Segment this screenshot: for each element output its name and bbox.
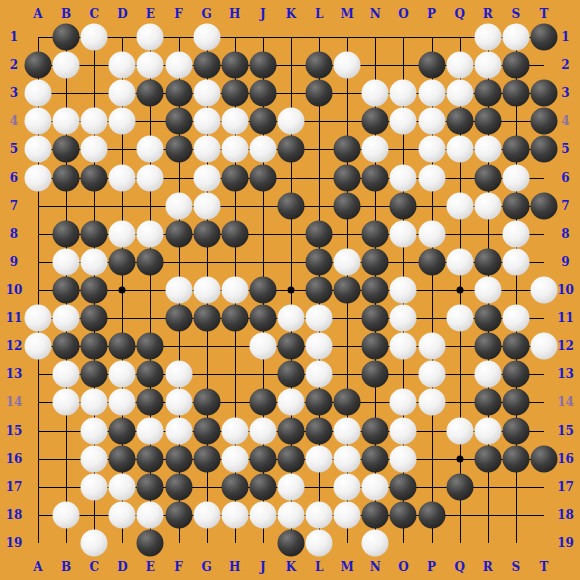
stone-black-T4 xyxy=(530,108,557,135)
stone-white-F2 xyxy=(165,52,192,79)
col-label-bottom: C xyxy=(89,560,99,574)
stone-white-D6 xyxy=(109,164,136,191)
stone-black-C13 xyxy=(81,361,108,388)
stone-white-P5 xyxy=(418,136,445,163)
stone-white-P4 xyxy=(418,108,445,135)
stone-white-R7 xyxy=(474,192,501,219)
stone-white-O12 xyxy=(390,333,417,360)
stone-black-J2 xyxy=(249,52,276,79)
hoshi-dot xyxy=(456,286,463,293)
stone-white-A3 xyxy=(25,80,52,107)
go-board: AABBCCDDEEFFGGHHJJKKLLMMNNOOPPQQRRSSTT11… xyxy=(0,0,580,580)
row-label-left: 9 xyxy=(10,255,18,269)
stone-white-F13 xyxy=(165,361,192,388)
row-label-left: 15 xyxy=(6,424,23,438)
stone-white-N17 xyxy=(362,473,389,500)
stone-white-O4 xyxy=(390,108,417,135)
stone-white-P6 xyxy=(418,164,445,191)
col-label-bottom: O xyxy=(398,560,408,574)
stone-white-N5 xyxy=(362,136,389,163)
stone-black-S16 xyxy=(502,445,529,472)
col-label-bottom: Q xyxy=(454,560,464,574)
stone-white-C15 xyxy=(81,417,108,444)
hoshi-dot xyxy=(119,286,126,293)
col-label-top: K xyxy=(286,7,296,21)
stone-white-Q5 xyxy=(446,136,473,163)
row-label-left: 7 xyxy=(10,199,18,213)
row-label-left: 5 xyxy=(10,142,18,156)
stone-white-B14 xyxy=(53,389,80,416)
stone-black-S13 xyxy=(502,361,529,388)
row-label-right: 6 xyxy=(561,171,569,185)
row-label-right: 5 xyxy=(561,142,569,156)
stone-white-A4 xyxy=(25,108,52,135)
stone-black-S7 xyxy=(502,192,529,219)
row-label-right: 10 xyxy=(557,283,574,297)
stone-black-F3 xyxy=(165,80,192,107)
stone-black-C6 xyxy=(81,164,108,191)
stone-white-J5 xyxy=(249,136,276,163)
stone-white-T12 xyxy=(530,333,557,360)
stone-black-T7 xyxy=(530,192,557,219)
stone-white-E6 xyxy=(137,164,164,191)
stone-black-E13 xyxy=(137,361,164,388)
stone-black-C8 xyxy=(81,220,108,247)
stone-black-B8 xyxy=(53,220,80,247)
row-label-right: 11 xyxy=(557,311,574,325)
col-label-bottom: N xyxy=(370,560,381,574)
stone-white-C19 xyxy=(81,529,108,556)
stone-white-C9 xyxy=(81,248,108,275)
col-label-bottom: L xyxy=(315,560,323,574)
col-label-top: M xyxy=(341,7,354,21)
row-label-left: 10 xyxy=(6,283,23,297)
stone-white-R1 xyxy=(474,24,501,51)
col-label-top: B xyxy=(61,7,71,21)
stone-black-C11 xyxy=(81,305,108,332)
stone-black-F17 xyxy=(165,473,192,500)
stone-white-L12 xyxy=(306,333,333,360)
row-label-left: 6 xyxy=(10,171,18,185)
stone-black-D16 xyxy=(109,445,136,472)
stone-black-S2 xyxy=(502,52,529,79)
col-label-top: C xyxy=(89,7,99,21)
row-label-right: 17 xyxy=(557,480,574,494)
stone-white-G10 xyxy=(193,276,220,303)
stone-white-F14 xyxy=(165,389,192,416)
stone-white-L11 xyxy=(306,305,333,332)
stone-white-E18 xyxy=(137,501,164,528)
col-label-top: G xyxy=(202,7,212,21)
stone-white-H18 xyxy=(221,501,248,528)
stone-black-R11 xyxy=(474,305,501,332)
stone-black-L3 xyxy=(306,80,333,107)
stone-white-E2 xyxy=(137,52,164,79)
stone-white-P12 xyxy=(418,333,445,360)
stone-white-S6 xyxy=(502,164,529,191)
col-label-top: S xyxy=(512,7,521,21)
stone-white-P8 xyxy=(418,220,445,247)
stone-white-H5 xyxy=(221,136,248,163)
row-label-left: 12 xyxy=(6,339,23,353)
stone-black-H17 xyxy=(221,473,248,500)
col-label-top: J xyxy=(260,7,266,21)
stone-white-M9 xyxy=(334,248,361,275)
col-label-top: R xyxy=(483,7,493,21)
stone-white-R5 xyxy=(474,136,501,163)
stone-black-J4 xyxy=(249,108,276,135)
stone-black-F8 xyxy=(165,220,192,247)
stone-white-C14 xyxy=(81,389,108,416)
stone-black-E14 xyxy=(137,389,164,416)
stone-white-P3 xyxy=(418,80,445,107)
row-label-right: 7 xyxy=(561,199,569,213)
stone-black-R9 xyxy=(474,248,501,275)
stone-black-J14 xyxy=(249,389,276,416)
stone-white-E5 xyxy=(137,136,164,163)
col-label-bottom: M xyxy=(341,560,354,574)
row-label-left: 14 xyxy=(6,395,23,409)
stone-black-R3 xyxy=(474,80,501,107)
stone-black-G14 xyxy=(193,389,220,416)
stone-black-P2 xyxy=(418,52,445,79)
stone-black-O7 xyxy=(390,192,417,219)
hoshi-dot xyxy=(456,455,463,462)
col-label-top: D xyxy=(117,7,127,21)
stone-black-H2 xyxy=(221,52,248,79)
stone-white-J15 xyxy=(249,417,276,444)
stone-black-M14 xyxy=(334,389,361,416)
stone-black-L2 xyxy=(306,52,333,79)
col-label-bottom: H xyxy=(229,560,240,574)
stone-black-E16 xyxy=(137,445,164,472)
stone-white-O3 xyxy=(390,80,417,107)
stone-white-G5 xyxy=(193,136,220,163)
stone-black-J11 xyxy=(249,305,276,332)
stone-black-S15 xyxy=(502,417,529,444)
row-label-right: 4 xyxy=(561,114,569,128)
stone-black-J6 xyxy=(249,164,276,191)
stone-white-C4 xyxy=(81,108,108,135)
stone-white-S11 xyxy=(502,305,529,332)
stone-black-R14 xyxy=(474,389,501,416)
row-label-left: 11 xyxy=(6,311,23,325)
stone-white-D18 xyxy=(109,501,136,528)
stone-black-J3 xyxy=(249,80,276,107)
stone-black-L10 xyxy=(306,276,333,303)
stone-white-B18 xyxy=(53,501,80,528)
stone-white-D17 xyxy=(109,473,136,500)
stone-black-G8 xyxy=(193,220,220,247)
stone-black-M10 xyxy=(334,276,361,303)
row-label-left: 16 xyxy=(6,452,23,466)
stone-black-O17 xyxy=(390,473,417,500)
stone-black-C12 xyxy=(81,333,108,360)
stone-white-Q7 xyxy=(446,192,473,219)
row-label-left: 8 xyxy=(10,227,18,241)
stone-black-R12 xyxy=(474,333,501,360)
row-label-left: 2 xyxy=(10,58,18,72)
stone-black-N11 xyxy=(362,305,389,332)
stone-white-G3 xyxy=(193,80,220,107)
stone-black-H6 xyxy=(221,164,248,191)
row-label-left: 18 xyxy=(6,508,23,522)
stone-white-C17 xyxy=(81,473,108,500)
row-label-right: 2 xyxy=(561,58,569,72)
stone-black-B10 xyxy=(53,276,80,303)
col-label-top: Q xyxy=(454,7,464,21)
stone-white-E15 xyxy=(137,417,164,444)
col-label-bottom: G xyxy=(202,560,212,574)
stone-white-G7 xyxy=(193,192,220,219)
stone-black-F16 xyxy=(165,445,192,472)
stone-white-E1 xyxy=(137,24,164,51)
stone-black-M6 xyxy=(334,164,361,191)
stone-white-R2 xyxy=(474,52,501,79)
stone-white-K14 xyxy=(277,389,304,416)
stone-white-F10 xyxy=(165,276,192,303)
stone-black-K15 xyxy=(277,417,304,444)
stone-black-S12 xyxy=(502,333,529,360)
stone-white-O10 xyxy=(390,276,417,303)
stone-black-L8 xyxy=(306,220,333,247)
board-grid[interactable] xyxy=(38,37,545,544)
col-label-top: N xyxy=(370,7,381,21)
row-label-left: 1 xyxy=(10,30,18,44)
stone-white-S9 xyxy=(502,248,529,275)
stone-white-G4 xyxy=(193,108,220,135)
stone-black-L15 xyxy=(306,417,333,444)
stone-white-S1 xyxy=(502,24,529,51)
col-label-bottom: A xyxy=(33,560,42,574)
col-label-top: A xyxy=(33,7,42,21)
stone-black-T3 xyxy=(530,80,557,107)
row-label-right: 14 xyxy=(557,395,574,409)
stone-white-M15 xyxy=(334,417,361,444)
row-label-right: 8 xyxy=(561,227,569,241)
stone-black-D9 xyxy=(109,248,136,275)
stone-black-N6 xyxy=(362,164,389,191)
stone-white-J18 xyxy=(249,501,276,528)
col-label-top: H xyxy=(229,7,240,21)
stone-black-E9 xyxy=(137,248,164,275)
stone-white-C5 xyxy=(81,136,108,163)
stone-white-D4 xyxy=(109,108,136,135)
stone-black-Q17 xyxy=(446,473,473,500)
stone-white-Q2 xyxy=(446,52,473,79)
row-label-left: 19 xyxy=(6,536,23,550)
stone-black-J16 xyxy=(249,445,276,472)
stone-black-E19 xyxy=(137,529,164,556)
col-label-bottom: R xyxy=(483,560,493,574)
stone-white-A11 xyxy=(25,305,52,332)
row-label-right: 1 xyxy=(561,30,569,44)
stone-black-K7 xyxy=(277,192,304,219)
stone-black-E17 xyxy=(137,473,164,500)
col-label-top: F xyxy=(174,7,183,21)
stone-black-N16 xyxy=(362,445,389,472)
row-label-right: 16 xyxy=(557,452,574,466)
stone-black-L9 xyxy=(306,248,333,275)
stone-black-F4 xyxy=(165,108,192,135)
stone-white-B11 xyxy=(53,305,80,332)
stone-black-P9 xyxy=(418,248,445,275)
stone-black-S14 xyxy=(502,389,529,416)
row-label-right: 15 xyxy=(557,424,574,438)
col-label-bottom: P xyxy=(427,560,436,574)
col-label-bottom: S xyxy=(512,560,521,574)
stone-black-S5 xyxy=(502,136,529,163)
row-label-right: 9 xyxy=(561,255,569,269)
stone-white-O14 xyxy=(390,389,417,416)
stone-white-G18 xyxy=(193,501,220,528)
stone-black-P18 xyxy=(418,501,445,528)
stone-black-J10 xyxy=(249,276,276,303)
stone-white-M18 xyxy=(334,501,361,528)
stone-black-R16 xyxy=(474,445,501,472)
stone-white-O15 xyxy=(390,417,417,444)
stone-white-S8 xyxy=(502,220,529,247)
stone-white-L13 xyxy=(306,361,333,388)
stone-black-B6 xyxy=(53,164,80,191)
stone-black-C10 xyxy=(81,276,108,303)
stone-white-K11 xyxy=(277,305,304,332)
stone-white-N19 xyxy=(362,529,389,556)
col-label-bottom: B xyxy=(61,560,71,574)
stone-white-A5 xyxy=(25,136,52,163)
stone-black-F5 xyxy=(165,136,192,163)
stone-black-G2 xyxy=(193,52,220,79)
stone-white-H15 xyxy=(221,417,248,444)
stone-white-A12 xyxy=(25,333,52,360)
stone-white-O11 xyxy=(390,305,417,332)
stone-white-D2 xyxy=(109,52,136,79)
col-label-bottom: E xyxy=(146,560,155,574)
stone-white-E8 xyxy=(137,220,164,247)
row-label-right: 12 xyxy=(557,339,574,353)
stone-white-R15 xyxy=(474,417,501,444)
stone-white-M2 xyxy=(334,52,361,79)
stone-black-N4 xyxy=(362,108,389,135)
stone-black-T16 xyxy=(530,445,557,472)
row-label-right: 18 xyxy=(557,508,574,522)
stone-white-J12 xyxy=(249,333,276,360)
stone-white-O8 xyxy=(390,220,417,247)
stone-black-K5 xyxy=(277,136,304,163)
stone-black-B12 xyxy=(53,333,80,360)
stone-black-G11 xyxy=(193,305,220,332)
row-label-right: 13 xyxy=(557,367,574,381)
stone-white-H16 xyxy=(221,445,248,472)
stone-white-H10 xyxy=(221,276,248,303)
stone-black-T1 xyxy=(530,24,557,51)
stone-black-H8 xyxy=(221,220,248,247)
stone-black-H3 xyxy=(221,80,248,107)
stone-white-F7 xyxy=(165,192,192,219)
stone-white-M17 xyxy=(334,473,361,500)
stone-white-Q15 xyxy=(446,417,473,444)
stone-white-B2 xyxy=(53,52,80,79)
stone-white-H4 xyxy=(221,108,248,135)
stone-white-N3 xyxy=(362,80,389,107)
stone-white-G1 xyxy=(193,24,220,51)
col-label-top: P xyxy=(427,7,436,21)
row-label-right: 19 xyxy=(557,536,574,550)
stone-black-S3 xyxy=(502,80,529,107)
stone-white-B9 xyxy=(53,248,80,275)
stone-white-K17 xyxy=(277,473,304,500)
col-label-top: E xyxy=(146,7,155,21)
stone-white-L19 xyxy=(306,529,333,556)
stone-white-O16 xyxy=(390,445,417,472)
stone-black-N18 xyxy=(362,501,389,528)
stone-black-F11 xyxy=(165,305,192,332)
stone-black-N9 xyxy=(362,248,389,275)
col-label-bottom: D xyxy=(117,560,127,574)
stone-black-A2 xyxy=(25,52,52,79)
stone-white-P14 xyxy=(418,389,445,416)
stone-white-F15 xyxy=(165,417,192,444)
stone-black-N8 xyxy=(362,220,389,247)
col-label-top: O xyxy=(398,7,408,21)
stone-black-Q4 xyxy=(446,108,473,135)
hoshi-dot xyxy=(287,286,294,293)
stone-black-M5 xyxy=(334,136,361,163)
stone-black-N13 xyxy=(362,361,389,388)
stone-black-F18 xyxy=(165,501,192,528)
stone-white-Q9 xyxy=(446,248,473,275)
stone-black-B1 xyxy=(53,24,80,51)
stone-white-D8 xyxy=(109,220,136,247)
stone-white-M16 xyxy=(334,445,361,472)
stone-black-D15 xyxy=(109,417,136,444)
stone-black-K19 xyxy=(277,529,304,556)
col-label-top: L xyxy=(315,7,323,21)
stone-white-R13 xyxy=(474,361,501,388)
stone-black-O18 xyxy=(390,501,417,528)
stone-black-E3 xyxy=(137,80,164,107)
stone-white-D13 xyxy=(109,361,136,388)
stone-white-Q11 xyxy=(446,305,473,332)
stone-black-G16 xyxy=(193,445,220,472)
stone-white-Q3 xyxy=(446,80,473,107)
stone-white-G6 xyxy=(193,164,220,191)
stone-black-J17 xyxy=(249,473,276,500)
row-label-right: 3 xyxy=(561,86,569,100)
stone-white-C1 xyxy=(81,24,108,51)
col-label-bottom: J xyxy=(260,560,266,574)
stone-black-L14 xyxy=(306,389,333,416)
col-label-top: T xyxy=(540,7,549,21)
stone-white-K18 xyxy=(277,501,304,528)
stone-black-R6 xyxy=(474,164,501,191)
stone-white-B4 xyxy=(53,108,80,135)
stone-black-G15 xyxy=(193,417,220,444)
row-label-left: 4 xyxy=(10,114,18,128)
stone-black-B5 xyxy=(53,136,80,163)
stone-black-N12 xyxy=(362,333,389,360)
col-label-bottom: K xyxy=(286,560,296,574)
stone-white-L16 xyxy=(306,445,333,472)
stone-black-D12 xyxy=(109,333,136,360)
stone-white-P13 xyxy=(418,361,445,388)
row-label-left: 3 xyxy=(10,86,18,100)
stone-white-T10 xyxy=(530,276,557,303)
stone-white-L18 xyxy=(306,501,333,528)
row-label-left: 17 xyxy=(6,480,23,494)
stone-white-O6 xyxy=(390,164,417,191)
stone-white-K4 xyxy=(277,108,304,135)
